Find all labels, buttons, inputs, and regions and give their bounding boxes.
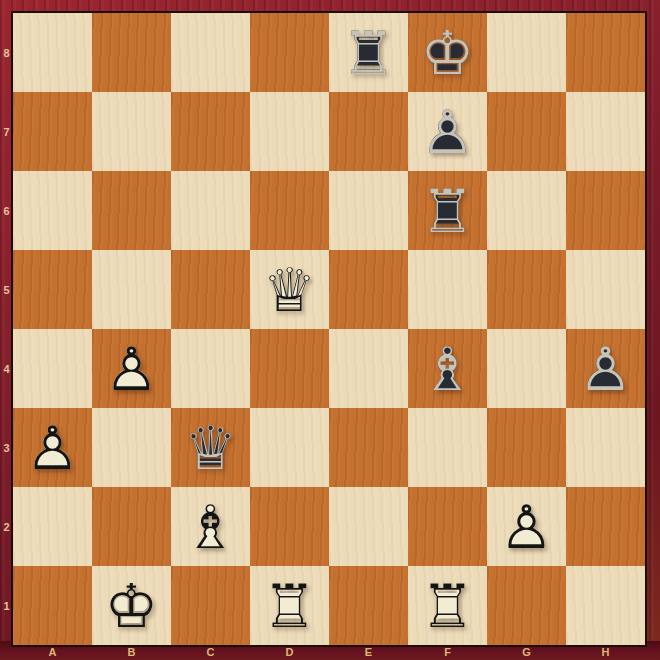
file-label-c: C [171, 644, 250, 660]
rook-glyph-outline: ♖ [263, 576, 317, 636]
rook-glyph-outline: ♖ [342, 23, 396, 83]
square-f6[interactable]: ♜♖ [408, 171, 487, 250]
rank-label-5: 5 [0, 250, 13, 329]
square-d2[interactable] [250, 487, 329, 566]
square-b7[interactable] [92, 92, 171, 171]
square-f2[interactable] [408, 487, 487, 566]
square-d5[interactable]: ♛♕ [250, 250, 329, 329]
square-f1[interactable]: ♜♖ [408, 566, 487, 645]
square-e6[interactable] [329, 171, 408, 250]
square-f4[interactable]: ♝♗ [408, 329, 487, 408]
square-g7[interactable] [487, 92, 566, 171]
pawn-glyph-outline: ♙ [26, 418, 80, 478]
file-label-e: E [329, 644, 408, 660]
square-h3[interactable] [566, 408, 645, 487]
file-coordinates: ABCDEFGH [13, 644, 645, 660]
square-a1[interactable] [13, 566, 92, 645]
square-c6[interactable] [171, 171, 250, 250]
square-a4[interactable] [13, 329, 92, 408]
king-glyph-outline: ♔ [421, 23, 475, 83]
rank-label-2: 2 [0, 487, 13, 566]
square-f5[interactable] [408, 250, 487, 329]
rook-glyph-outline: ♖ [421, 576, 475, 636]
square-a2[interactable] [13, 487, 92, 566]
square-b2[interactable] [92, 487, 171, 566]
rank-label-4: 4 [0, 329, 13, 408]
rank-label-6: 6 [0, 171, 13, 250]
square-b5[interactable] [92, 250, 171, 329]
file-label-b: B [92, 644, 171, 660]
square-g3[interactable] [487, 408, 566, 487]
square-a8[interactable] [13, 13, 92, 92]
square-b4[interactable]: ♟♙ [92, 329, 171, 408]
square-c1[interactable] [171, 566, 250, 645]
pawn-glyph-outline: ♙ [500, 497, 554, 557]
square-a6[interactable] [13, 171, 92, 250]
piece-black-queen-c3[interactable]: ♛♕ [176, 413, 246, 483]
square-b3[interactable] [92, 408, 171, 487]
piece-white-king-b1[interactable]: ♚♔ [97, 571, 167, 641]
square-e5[interactable] [329, 250, 408, 329]
square-h6[interactable] [566, 171, 645, 250]
pawn-glyph-outline: ♙ [579, 339, 633, 399]
square-e2[interactable] [329, 487, 408, 566]
square-f7[interactable]: ♟♙ [408, 92, 487, 171]
chess-board: ♜♖♚♔♟♙♜♖♛♕♟♙♝♗♟♙♟♙♛♕♝♗♟♙♚♔♜♖♜♖ [13, 13, 645, 645]
piece-white-rook-f1[interactable]: ♜♖ [413, 571, 483, 641]
square-c3[interactable]: ♛♕ [171, 408, 250, 487]
square-g4[interactable] [487, 329, 566, 408]
square-c4[interactable] [171, 329, 250, 408]
square-g8[interactable] [487, 13, 566, 92]
square-a7[interactable] [13, 92, 92, 171]
queen-glyph-outline: ♕ [184, 418, 238, 478]
piece-black-pawn-f7[interactable]: ♟♙ [413, 97, 483, 167]
bishop-glyph-outline: ♗ [421, 339, 475, 399]
square-g2[interactable]: ♟♙ [487, 487, 566, 566]
square-e3[interactable] [329, 408, 408, 487]
piece-white-bishop-c2[interactable]: ♝♗ [176, 492, 246, 562]
square-f3[interactable] [408, 408, 487, 487]
rook-glyph-outline: ♖ [421, 181, 475, 241]
square-e7[interactable] [329, 92, 408, 171]
rank-label-8: 8 [0, 13, 13, 92]
pawn-glyph-outline: ♙ [421, 102, 475, 162]
file-label-d: D [250, 644, 329, 660]
square-e1[interactable] [329, 566, 408, 645]
square-g1[interactable] [487, 566, 566, 645]
square-d3[interactable] [250, 408, 329, 487]
square-a3[interactable]: ♟♙ [13, 408, 92, 487]
piece-black-rook-e8[interactable]: ♜♖ [334, 18, 404, 88]
square-d4[interactable] [250, 329, 329, 408]
piece-white-pawn-a3[interactable]: ♟♙ [18, 413, 88, 483]
square-h1[interactable] [566, 566, 645, 645]
square-a5[interactable] [13, 250, 92, 329]
square-d8[interactable] [250, 13, 329, 92]
square-d6[interactable] [250, 171, 329, 250]
rank-label-3: 3 [0, 408, 13, 487]
pawn-glyph-outline: ♙ [105, 339, 159, 399]
rank-coordinates: 87654321 [0, 13, 13, 645]
piece-white-pawn-g2[interactable]: ♟♙ [492, 492, 562, 562]
square-b6[interactable] [92, 171, 171, 250]
square-h7[interactable] [566, 92, 645, 171]
square-c7[interactable] [171, 92, 250, 171]
square-b8[interactable] [92, 13, 171, 92]
square-e4[interactable] [329, 329, 408, 408]
queen-glyph-outline: ♕ [263, 260, 317, 320]
square-h8[interactable] [566, 13, 645, 92]
file-label-f: F [408, 644, 487, 660]
square-c2[interactable]: ♝♗ [171, 487, 250, 566]
piece-white-pawn-b4[interactable]: ♟♙ [97, 334, 167, 404]
square-d1[interactable]: ♜♖ [250, 566, 329, 645]
square-g6[interactable] [487, 171, 566, 250]
square-c8[interactable] [171, 13, 250, 92]
square-h4[interactable]: ♟♙ [566, 329, 645, 408]
bishop-glyph-outline: ♗ [184, 497, 238, 557]
file-label-g: G [487, 644, 566, 660]
piece-black-king-f8[interactable]: ♚♔ [413, 18, 483, 88]
king-glyph-outline: ♔ [105, 576, 159, 636]
square-g5[interactable] [487, 250, 566, 329]
piece-black-rook-f6[interactable]: ♜♖ [413, 176, 483, 246]
chess-app: ♜♖♚♔♟♙♜♖♛♕♟♙♝♗♟♙♟♙♛♕♝♗♟♙♚♔♜♖♜♖ 87654321 … [0, 0, 660, 660]
square-d7[interactable] [250, 92, 329, 171]
file-label-h: H [566, 644, 645, 660]
rank-label-1: 1 [0, 566, 13, 645]
square-f8[interactable]: ♚♔ [408, 13, 487, 92]
square-h5[interactable] [566, 250, 645, 329]
square-h2[interactable] [566, 487, 645, 566]
piece-white-rook-d1[interactable]: ♜♖ [255, 571, 325, 641]
square-e8[interactable]: ♜♖ [329, 13, 408, 92]
square-c5[interactable] [171, 250, 250, 329]
piece-black-bishop-f4[interactable]: ♝♗ [413, 334, 483, 404]
piece-black-pawn-h4[interactable]: ♟♙ [571, 334, 641, 404]
rank-label-7: 7 [0, 92, 13, 171]
file-label-a: A [13, 644, 92, 660]
piece-white-queen-d5[interactable]: ♛♕ [255, 255, 325, 325]
square-b1[interactable]: ♚♔ [92, 566, 171, 645]
